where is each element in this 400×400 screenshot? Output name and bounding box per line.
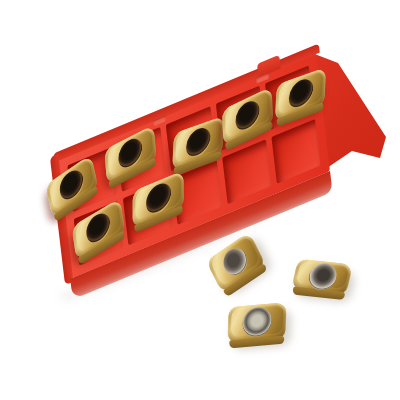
scene [0, 0, 400, 400]
insert-screw-hole [146, 179, 171, 217]
insert-screw-hole [186, 124, 211, 160]
compartment-cell [271, 119, 320, 184]
insert-screw-hole [57, 165, 85, 205]
insert-box [58, 53, 330, 278]
insert-screw-hole [219, 244, 251, 280]
milling-insert-loose-loose-bottom [227, 302, 286, 343]
insert-screw-hole [235, 97, 260, 135]
insert-screw-hole [117, 135, 143, 174]
insert-screw-hole [306, 261, 339, 290]
insert-screw-hole [242, 306, 272, 338]
insert-screw-hole [288, 76, 313, 112]
milling-insert-loose-loose-right [291, 259, 353, 295]
